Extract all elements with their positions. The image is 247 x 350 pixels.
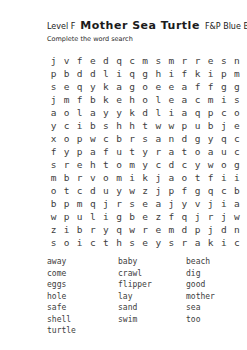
grid-cell-r15c10[interactable]: s <box>165 236 178 249</box>
grid-cell-r3c4[interactable]: y <box>86 80 99 93</box>
grid-cell-r3c2[interactable]: e <box>60 80 73 93</box>
grid-cell-r4c7[interactable]: h <box>126 93 139 106</box>
word-list-item: too <box>186 314 246 326</box>
grid-cell-r9c3[interactable]: e <box>73 158 86 171</box>
grid-cell-r5c1[interactable]: a <box>47 106 60 119</box>
grid-cell-r8c12[interactable]: o <box>191 145 204 158</box>
grid-cell-r9c15[interactable]: g <box>230 158 243 171</box>
grid-cell-r3c11[interactable]: a <box>178 80 191 93</box>
grid-cell-r8c8[interactable]: y <box>139 145 152 158</box>
grid-cell-r8c14[interactable]: u <box>217 145 230 158</box>
grid-cell-r14c1[interactable]: z <box>47 223 60 236</box>
grid-cell-r5c5[interactable]: y <box>99 106 112 119</box>
word-list-item: hole <box>47 291 118 303</box>
grid-cell-r8c15[interactable]: c <box>230 145 243 158</box>
grid-cell-r15c5[interactable]: t <box>99 236 112 249</box>
grid-cell-r11c14[interactable]: c <box>217 184 230 197</box>
grid-cell-r15c14[interactable]: i <box>217 236 230 249</box>
grid-cell-r5c13[interactable]: p <box>204 106 217 119</box>
grid-cell-r15c15[interactable]: c <box>230 236 243 249</box>
grid-cell-r14c12[interactable]: p <box>191 223 204 236</box>
grid-cell-r12c8[interactable]: e <box>139 197 152 210</box>
grid-cell-r2c7[interactable]: q <box>126 67 139 80</box>
grid-cell-r9c13[interactable]: w <box>204 158 217 171</box>
grid-cell-r11c10[interactable]: p <box>165 184 178 197</box>
grid-cell-r7c10[interactable]: n <box>165 132 178 145</box>
grid-cell-r15c3[interactable]: i <box>73 236 86 249</box>
grid-cell-r2c12[interactable]: k <box>191 67 204 80</box>
grid-cell-r4c11[interactable]: a <box>178 93 191 106</box>
grid-cell-r2c11[interactable]: f <box>178 67 191 80</box>
grid-cell-r9c4[interactable]: h <box>86 158 99 171</box>
grid-cell-r14c2[interactable]: i <box>60 223 73 236</box>
grid-cell-r14c15[interactable]: n <box>230 223 243 236</box>
word-list-item: baby <box>118 256 186 268</box>
grid-cell-r14c11[interactable]: d <box>178 223 191 236</box>
grid-cell-r10c2[interactable]: b <box>60 171 73 184</box>
grid-cell-r9c9[interactable]: c <box>152 158 165 171</box>
grid-cell-r14c3[interactable]: b <box>73 223 86 236</box>
grid-cell-r13c4[interactable]: l <box>86 210 99 223</box>
grid-cell-r7c6[interactable]: b <box>112 132 125 145</box>
grid-cell-r5c4[interactable]: a <box>86 106 99 119</box>
grid-cell-r14c13[interactable]: j <box>204 223 217 236</box>
grid-cell-r6c6[interactable]: h <box>112 119 125 132</box>
grid-cell-r7c9[interactable]: a <box>152 132 165 145</box>
grid-cell-r7c5[interactable]: c <box>99 132 112 145</box>
grid-cell-r4c3[interactable]: f <box>73 93 86 106</box>
grid-cell-r13c7[interactable]: b <box>126 210 139 223</box>
grid-cell-r5c15[interactable]: o <box>230 106 243 119</box>
grid-cell-r5c6[interactable]: y <box>112 106 125 119</box>
grid-cell-r10c13[interactable]: f <box>204 171 217 184</box>
grid-cell-r10c7[interactable]: i <box>126 171 139 184</box>
grid-cell-r10c12[interactable]: t <box>191 171 204 184</box>
grid-cell-r10c5[interactable]: o <box>99 171 112 184</box>
grid-cell-r1c14[interactable]: s <box>217 54 230 67</box>
grid-cell-r10c11[interactable]: o <box>178 171 191 184</box>
grid-cell-r14c8[interactable]: r <box>139 223 152 236</box>
word-list-item: sand <box>118 302 186 314</box>
word-list-column-1: awaycomeeggsholesafeshellturtle <box>47 256 118 337</box>
grid-cell-r2c8[interactable]: g <box>139 67 152 80</box>
grid-cell-r5c10[interactable]: i <box>165 106 178 119</box>
word-list-item: sea <box>186 302 246 314</box>
grid-cell-r6c8[interactable]: t <box>139 119 152 132</box>
grid-cell-r9c10[interactable]: d <box>165 158 178 171</box>
grid-cell-r4c2[interactable]: m <box>60 93 73 106</box>
grid-cell-r3c14[interactable]: g <box>217 80 230 93</box>
word-list-item: swim <box>118 314 186 326</box>
grid-cell-r1c12[interactable]: r <box>191 54 204 67</box>
grid-cell-r2c14[interactable]: p <box>217 67 230 80</box>
grid-cell-r10c8[interactable]: k <box>139 171 152 184</box>
grid-cell-r9c1[interactable]: s <box>47 158 60 171</box>
grid-cell-r12c9[interactable]: a <box>152 197 165 210</box>
grid-cell-r13c1[interactable]: w <box>47 210 60 223</box>
grid-cell-r12c10[interactable]: j <box>165 197 178 210</box>
grid-cell-r11c6[interactable]: y <box>112 184 125 197</box>
grid-cell-r11c5[interactable]: u <box>99 184 112 197</box>
grid-cell-r12c1[interactable]: b <box>47 197 60 210</box>
grid-cell-r15c6[interactable]: h <box>112 236 125 249</box>
grid-cell-r15c9[interactable]: y <box>152 236 165 249</box>
grid-cell-r4c14[interactable]: i <box>217 93 230 106</box>
word-list-item: beach <box>186 256 246 268</box>
grid-cell-r3c15[interactable]: g <box>230 80 243 93</box>
word-list-item: crawl <box>118 268 186 280</box>
grid-cell-r14c7[interactable]: w <box>126 223 139 236</box>
grid-cell-r2c10[interactable]: i <box>165 67 178 80</box>
grid-cell-r12c13[interactable]: j <box>204 197 217 210</box>
grid-cell-r11c7[interactable]: w <box>126 184 139 197</box>
grid-cell-r4c12[interactable]: c <box>191 93 204 106</box>
grid-cell-r8c9[interactable]: r <box>152 145 165 158</box>
grid-cell-r4c13[interactable]: m <box>204 93 217 106</box>
grid-cell-r10c9[interactable]: j <box>152 171 165 184</box>
grid-cell-r8c10[interactable]: a <box>165 145 178 158</box>
grid-cell-r15c13[interactable]: k <box>204 236 217 249</box>
grid-cell-r12c12[interactable]: v <box>191 197 204 210</box>
grid-cell-r3c6[interactable]: a <box>112 80 125 93</box>
grid-cell-r15c4[interactable]: c <box>86 236 99 249</box>
book-label: F&P Blue Book 39 <box>205 22 247 31</box>
grid-cell-r1c5[interactable]: d <box>99 54 112 67</box>
grid-cell-r3c3[interactable]: q <box>73 80 86 93</box>
grid-cell-r13c12[interactable]: j <box>191 210 204 223</box>
grid-cell-r15c12[interactable]: a <box>191 236 204 249</box>
grid-cell-r3c7[interactable]: g <box>126 80 139 93</box>
grid-cell-r13c8[interactable]: e <box>139 210 152 223</box>
grid-cell-r11c13[interactable]: q <box>204 184 217 197</box>
grid-cell-r7c11[interactable]: d <box>178 132 191 145</box>
grid-cell-r13c11[interactable]: q <box>178 210 191 223</box>
grid-cell-r4c15[interactable]: s <box>230 93 243 106</box>
grid-cell-r12c15[interactable]: a <box>230 197 243 210</box>
grid-cell-r8c11[interactable]: t <box>178 145 191 158</box>
grid-cell-r3c12[interactable]: f <box>191 80 204 93</box>
grid-cell-r10c6[interactable]: m <box>112 171 125 184</box>
grid-cell-r7c1[interactable]: x <box>47 132 60 145</box>
grid-cell-r9c5[interactable]: t <box>99 158 112 171</box>
grid-cell-r11c2[interactable]: t <box>60 184 73 197</box>
grid-cell-r13c2[interactable]: p <box>60 210 73 223</box>
grid-cell-r15c8[interactable]: e <box>139 236 152 249</box>
grid-cell-r13c5[interactable]: i <box>99 210 112 223</box>
grid-cell-r1c11[interactable]: r <box>178 54 191 67</box>
grid-cell-r12c11[interactable]: y <box>178 197 191 210</box>
word-list-item: mother <box>186 291 246 303</box>
grid-cell-r12c7[interactable]: s <box>126 197 139 210</box>
grid-cell-r6c11[interactable]: p <box>178 119 191 132</box>
grid-cell-r2c9[interactable]: h <box>152 67 165 80</box>
worksheet-header: Level F Mother Sea Turtle F&P Blue Book … <box>47 14 247 33</box>
grid-cell-r6c1[interactable]: y <box>47 119 60 132</box>
grid-cell-r10c15[interactable]: i <box>230 171 243 184</box>
grid-cell-r7c13[interactable]: y <box>204 132 217 145</box>
grid-cell-r3c5[interactable]: k <box>99 80 112 93</box>
grid-cell-r12c14[interactable]: i <box>217 197 230 210</box>
word-list-item: lay <box>118 291 186 303</box>
grid-cell-r2c4[interactable]: d <box>86 67 99 80</box>
grid-cell-r13c3[interactable]: u <box>73 210 86 223</box>
grid-cell-r1c3[interactable]: f <box>73 54 86 67</box>
grid-cell-r1c6[interactable]: q <box>112 54 125 67</box>
word-list-item: shell <box>47 314 118 326</box>
grid-cell-r5c3[interactable]: l <box>73 106 86 119</box>
grid-cell-r2c6[interactable]: i <box>112 67 125 80</box>
word-list: awaycomeeggsholesafeshellturtle babycraw… <box>47 256 247 337</box>
grid-cell-r12c4[interactable]: q <box>86 197 99 210</box>
grid-cell-r13c6[interactable]: g <box>112 210 125 223</box>
grid-cell-r7c8[interactable]: s <box>139 132 152 145</box>
grid-cell-r1c15[interactable]: n <box>230 54 243 67</box>
grid-cell-r13c9[interactable]: z <box>152 210 165 223</box>
grid-cell-r1c9[interactable]: s <box>152 54 165 67</box>
worksheet-page: Level F Mother Sea Turtle F&P Blue Book … <box>0 0 247 350</box>
grid-cell-r10c3[interactable]: r <box>73 171 86 184</box>
grid-cell-r2c15[interactable]: m <box>230 67 243 80</box>
grid-cell-r10c4[interactable]: v <box>86 171 99 184</box>
grid-cell-r14c9[interactable]: e <box>152 223 165 236</box>
grid-cell-r11c3[interactable]: c <box>73 184 86 197</box>
grid-cell-r4c6[interactable]: e <box>112 93 125 106</box>
grid-cell-r11c11[interactable]: f <box>178 184 191 197</box>
grid-cell-r5c2[interactable]: o <box>60 106 73 119</box>
grid-cell-r8c1[interactable]: f <box>47 145 60 158</box>
grid-cell-r4c5[interactable]: k <box>99 93 112 106</box>
grid-cell-r7c15[interactable]: c <box>230 132 243 145</box>
grid-cell-r4c8[interactable]: o <box>139 93 152 106</box>
grid-cell-r11c1[interactable]: o <box>47 184 60 197</box>
grid-cell-r6c4[interactable]: b <box>86 119 99 132</box>
grid-cell-r8c13[interactable]: a <box>204 145 217 158</box>
word-search-grid[interactable]: jvfedqcmsmrresnpbddliqghifkipmseqykagoee… <box>47 54 247 249</box>
grid-cell-r3c13[interactable]: f <box>204 80 217 93</box>
word-list-item: safe <box>47 302 118 314</box>
grid-cell-r7c3[interactable]: p <box>73 132 86 145</box>
grid-cell-r5c7[interactable]: k <box>126 106 139 119</box>
grid-cell-r6c3[interactable]: i <box>73 119 86 132</box>
grid-cell-r4c9[interactable]: l <box>152 93 165 106</box>
grid-cell-r6c10[interactable]: w <box>165 119 178 132</box>
word-list-item: dig <box>186 268 246 280</box>
grid-cell-r13c15[interactable]: w <box>230 210 243 223</box>
grid-cell-r6c2[interactable]: c <box>60 119 73 132</box>
grid-cell-r11c9[interactable]: j <box>152 184 165 197</box>
grid-cell-r9c6[interactable]: o <box>112 158 125 171</box>
grid-cell-r3c1[interactable]: s <box>47 80 60 93</box>
grid-cell-r5c11[interactable]: a <box>178 106 191 119</box>
word-list-item: flipper <box>118 279 186 291</box>
grid-cell-r6c5[interactable]: s <box>99 119 112 132</box>
grid-cell-r7c12[interactable]: g <box>191 132 204 145</box>
grid-cell-r5c14[interactable]: c <box>217 106 230 119</box>
grid-cell-r15c11[interactable]: r <box>178 236 191 249</box>
grid-cell-r8c2[interactable]: y <box>60 145 73 158</box>
grid-cell-r11c15[interactable]: b <box>230 184 243 197</box>
grid-cell-r9c7[interactable]: m <box>126 158 139 171</box>
word-list-column-3: beachdiggoodmotherseatoo <box>186 256 246 337</box>
grid-cell-r14c14[interactable]: d <box>217 223 230 236</box>
grid-cell-r11c4[interactable]: d <box>86 184 99 197</box>
grid-cell-r8c7[interactable]: t <box>126 145 139 158</box>
grid-cell-r3c10[interactable]: e <box>165 80 178 93</box>
word-list-item: away <box>47 256 118 268</box>
grid-cell-r12c6[interactable]: r <box>112 197 125 210</box>
grid-cell-r15c1[interactable]: s <box>47 236 60 249</box>
grid-cell-r5c9[interactable]: l <box>152 106 165 119</box>
grid-cell-r5c12[interactable]: q <box>191 106 204 119</box>
grid-cell-r10c14[interactable]: i <box>217 171 230 184</box>
grid-cell-r2c13[interactable]: i <box>204 67 217 80</box>
grid-cell-r8c3[interactable]: p <box>73 145 86 158</box>
grid-cell-r11c8[interactable]: z <box>139 184 152 197</box>
grid-cell-r14c6[interactable]: q <box>112 223 125 236</box>
grid-cell-r12c5[interactable]: j <box>99 197 112 210</box>
grid-cell-r2c3[interactable]: d <box>73 67 86 80</box>
grid-cell-r5c8[interactable]: d <box>139 106 152 119</box>
grid-cell-r9c2[interactable]: r <box>60 158 73 171</box>
grid-cell-r4c10[interactable]: e <box>165 93 178 106</box>
grid-cell-r1c2[interactable]: v <box>60 54 73 67</box>
instruction-text: Complete the word search <box>47 35 247 43</box>
grid-cell-r6c12[interactable]: u <box>191 119 204 132</box>
grid-cell-r6c13[interactable]: b <box>204 119 217 132</box>
grid-cell-r7c14[interactable]: q <box>217 132 230 145</box>
word-list-item: eggs <box>47 279 118 291</box>
grid-cell-r9c11[interactable]: c <box>178 158 191 171</box>
word-list-column-2: babycrawlflipperlaysandswim <box>118 256 186 337</box>
grid-cell-r1c13[interactable]: e <box>204 54 217 67</box>
grid-cell-r10c10[interactable]: a <box>165 171 178 184</box>
grid-cell-r1c4[interactable]: e <box>86 54 99 67</box>
grid-cell-r4c4[interactable]: b <box>86 93 99 106</box>
grid-cell-r15c7[interactable]: s <box>126 236 139 249</box>
grid-cell-r3c9[interactable]: e <box>152 80 165 93</box>
grid-cell-r12c2[interactable]: p <box>60 197 73 210</box>
grid-cell-r13c13[interactable]: r <box>204 210 217 223</box>
grid-cell-r6c15[interactable]: e <box>230 119 243 132</box>
grid-cell-r9c14[interactable]: o <box>217 158 230 171</box>
grid-cell-r1c10[interactable]: m <box>165 54 178 67</box>
grid-cell-r13c14[interactable]: j <box>217 210 230 223</box>
word-list-item: come <box>47 268 118 280</box>
grid-cell-r3c8[interactable]: o <box>139 80 152 93</box>
grid-cell-r9c12[interactable]: y <box>191 158 204 171</box>
grid-cell-r6c9[interactable]: w <box>152 119 165 132</box>
grid-cell-r6c14[interactable]: j <box>217 119 230 132</box>
grid-cell-r2c5[interactable]: l <box>99 67 112 80</box>
grid-cell-r1c1[interactable]: j <box>47 54 60 67</box>
grid-cell-r6c7[interactable]: h <box>126 119 139 132</box>
grid-cell-r9c8[interactable]: y <box>139 158 152 171</box>
grid-cell-r4c1[interactable]: j <box>47 93 60 106</box>
grid-cell-r7c7[interactable]: r <box>126 132 139 145</box>
grid-cell-r8c4[interactable]: a <box>86 145 99 158</box>
grid-cell-r14c4[interactable]: r <box>86 223 99 236</box>
grid-cell-r14c5[interactable]: y <box>99 223 112 236</box>
level-label: Level F <box>47 22 75 31</box>
grid-cell-r7c2[interactable]: o <box>60 132 73 145</box>
word-list-item: turtle <box>47 325 118 337</box>
grid-cell-r10c1[interactable]: m <box>47 171 60 184</box>
grid-cell-r14c10[interactable]: m <box>165 223 178 236</box>
grid-cell-r2c1[interactable]: p <box>47 67 60 80</box>
page-title: Mother Sea Turtle <box>80 19 199 32</box>
grid-cell-r13c10[interactable]: f <box>165 210 178 223</box>
grid-cell-r12c3[interactable]: m <box>73 197 86 210</box>
grid-cell-r11c12[interactable]: g <box>191 184 204 197</box>
grid-cell-r8c6[interactable]: u <box>112 145 125 158</box>
word-list-item: good <box>186 279 246 291</box>
grid-cell-r2c2[interactable]: b <box>60 67 73 80</box>
grid-cell-r7c4[interactable]: w <box>86 132 99 145</box>
grid-cell-r1c8[interactable]: m <box>139 54 152 67</box>
grid-cell-r15c2[interactable]: o <box>60 236 73 249</box>
grid-cell-r8c5[interactable]: f <box>99 145 112 158</box>
grid-cell-r1c7[interactable]: c <box>126 54 139 67</box>
